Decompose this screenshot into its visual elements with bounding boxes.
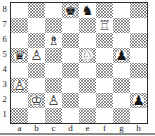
chess-diagram: ♚♞♖♗♛♙♘♟♙♔♙♟ 87654321 abcdefgh [0, 0, 155, 136]
square-e3[interactable] [79, 78, 96, 93]
square-a5[interactable]: ♛ [11, 48, 28, 63]
square-h7[interactable] [130, 18, 147, 33]
square-g1[interactable] [113, 108, 130, 123]
rank-label-2: 2 [0, 92, 9, 107]
square-c2[interactable]: ♙ [45, 93, 62, 108]
rank-label-6: 6 [0, 32, 9, 47]
white-pawn-b5[interactable]: ♙ [28, 48, 45, 63]
square-c1[interactable] [45, 108, 62, 123]
bottom-rule-line [0, 133, 155, 135]
square-f4[interactable] [96, 63, 113, 78]
square-g3[interactable] [113, 78, 130, 93]
square-e1[interactable] [79, 108, 96, 123]
square-f2[interactable] [96, 93, 113, 108]
rank-label-8: 8 [0, 2, 9, 17]
square-d3[interactable] [62, 78, 79, 93]
black-pawn-h2[interactable]: ♟ [130, 93, 147, 108]
square-h5[interactable] [130, 48, 147, 63]
square-a7[interactable] [11, 18, 28, 33]
square-e7[interactable] [79, 18, 96, 33]
square-d4[interactable] [62, 63, 79, 78]
square-b4[interactable] [28, 63, 45, 78]
square-g2[interactable] [113, 93, 130, 108]
square-f3[interactable] [96, 78, 113, 93]
square-a6[interactable] [11, 33, 28, 48]
square-f6[interactable] [96, 33, 113, 48]
rank-label-7: 7 [0, 17, 9, 32]
rank-label-3: 3 [0, 77, 9, 92]
square-c4[interactable] [45, 63, 62, 78]
square-a3[interactable]: ♙ [11, 78, 28, 93]
chess-board: ♚♞♖♗♛♙♘♟♙♔♙♟ [10, 2, 148, 124]
square-b1[interactable] [28, 108, 45, 123]
square-h3[interactable] [130, 78, 147, 93]
rank-label-5: 5 [0, 47, 9, 62]
white-rook-f7[interactable]: ♖ [96, 18, 113, 33]
square-d1[interactable] [62, 108, 79, 123]
square-e5[interactable]: ♘ [79, 48, 96, 63]
square-f7[interactable]: ♖ [96, 18, 113, 33]
rank-label-4: 4 [0, 62, 9, 77]
square-f5[interactable] [96, 48, 113, 63]
square-c6[interactable]: ♗ [45, 33, 62, 48]
white-pawn-c2[interactable]: ♙ [45, 93, 62, 108]
white-king-b2[interactable]: ♔ [28, 93, 45, 108]
square-d5[interactable] [62, 48, 79, 63]
white-knight-e5[interactable]: ♘ [79, 48, 96, 63]
square-c3[interactable] [45, 78, 62, 93]
square-d6[interactable] [62, 33, 79, 48]
square-a2[interactable] [11, 93, 28, 108]
square-f1[interactable] [96, 108, 113, 123]
square-b6[interactable] [28, 33, 45, 48]
square-h4[interactable] [130, 63, 147, 78]
square-d2[interactable] [62, 93, 79, 108]
square-a4[interactable] [11, 63, 28, 78]
square-b3[interactable] [28, 78, 45, 93]
white-pawn-a3[interactable]: ♙ [11, 78, 28, 93]
black-knight-e8[interactable]: ♞ [79, 3, 96, 18]
square-f8[interactable] [96, 3, 113, 18]
square-c7[interactable] [45, 18, 62, 33]
black-pawn-g5[interactable]: ♟ [113, 48, 130, 63]
square-a8[interactable] [11, 3, 28, 18]
square-c8[interactable] [45, 3, 62, 18]
square-h2[interactable]: ♟ [130, 93, 147, 108]
square-e4[interactable] [79, 63, 96, 78]
square-a1[interactable] [11, 108, 28, 123]
square-g5[interactable]: ♟ [113, 48, 130, 63]
square-b7[interactable] [28, 18, 45, 33]
square-b8[interactable] [28, 3, 45, 18]
square-b5[interactable]: ♙ [28, 48, 45, 63]
square-c5[interactable] [45, 48, 62, 63]
square-g7[interactable] [113, 18, 130, 33]
square-g8[interactable] [113, 3, 130, 18]
black-queen-a5[interactable]: ♛ [11, 48, 28, 63]
square-e8[interactable]: ♞ [79, 3, 96, 18]
square-e2[interactable] [79, 93, 96, 108]
square-h1[interactable] [130, 108, 147, 123]
square-e6[interactable] [79, 33, 96, 48]
square-d8[interactable]: ♚ [62, 3, 79, 18]
square-g4[interactable] [113, 63, 130, 78]
rank-label-1: 1 [0, 107, 9, 122]
square-h8[interactable] [130, 3, 147, 18]
square-h6[interactable] [130, 33, 147, 48]
square-g6[interactable] [113, 33, 130, 48]
square-d7[interactable] [62, 18, 79, 33]
white-bishop-c6[interactable]: ♗ [45, 33, 62, 48]
square-b2[interactable]: ♔ [28, 93, 45, 108]
black-king-d8[interactable]: ♚ [62, 3, 79, 18]
